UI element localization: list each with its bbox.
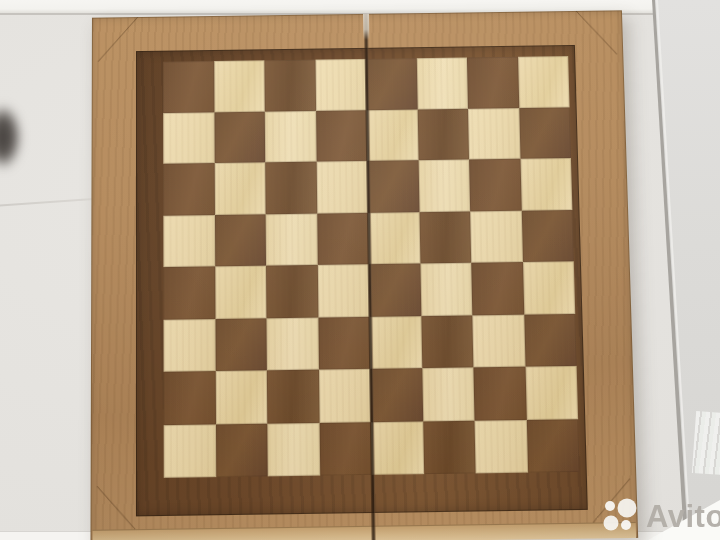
avito-watermark: Avito: [601, 495, 720, 537]
board-square: [215, 318, 267, 371]
board-square: [319, 422, 372, 476]
board-square: [422, 367, 475, 421]
board-square: [520, 158, 572, 210]
board-square: [467, 57, 519, 109]
board-square: [423, 420, 476, 474]
board-square: [367, 160, 419, 212]
floor-seam-line: [0, 197, 104, 207]
blurred-object: [0, 104, 22, 170]
board-square: [267, 370, 319, 424]
board-square: [468, 108, 520, 160]
board-square: [368, 212, 420, 265]
frame-miter-line: [570, 10, 623, 55]
board-square: [369, 263, 421, 316]
board-square: [214, 111, 265, 163]
board-square: [370, 368, 423, 422]
board-square: [163, 215, 214, 268]
board-square: [366, 58, 418, 110]
board-square: [315, 59, 366, 111]
board-square: [418, 159, 470, 211]
board-square: [472, 314, 525, 367]
side-panel: [692, 411, 720, 475]
board-square: [419, 211, 471, 264]
board-square: [469, 159, 521, 211]
scene-background: Avito: [0, 0, 720, 540]
board-square: [215, 266, 267, 319]
board-square: [475, 419, 528, 473]
board-square: [371, 421, 424, 475]
board-square: [214, 60, 265, 112]
board-square: [416, 57, 468, 109]
board-square: [215, 423, 267, 477]
board-square: [266, 265, 318, 318]
board-square: [421, 315, 474, 368]
board-square: [525, 366, 578, 420]
board-square: [519, 107, 571, 159]
board-square: [366, 109, 418, 161]
board-square: [163, 266, 215, 319]
board-square: [215, 370, 267, 424]
board-square: [521, 209, 574, 262]
board-square: [316, 161, 368, 213]
board-square: [265, 162, 317, 214]
board-square: [163, 112, 214, 164]
board-square: [317, 212, 369, 265]
board-square: [214, 214, 266, 267]
board-square: [164, 424, 216, 478]
board-square: [317, 264, 369, 317]
board-square: [473, 367, 526, 421]
board-square: [163, 319, 215, 372]
board-square: [214, 162, 265, 214]
board-square: [518, 56, 570, 108]
avito-logo-icon: [601, 496, 641, 536]
board-square: [417, 108, 469, 160]
board-bottom-edge: [93, 522, 637, 540]
board-square: [526, 419, 579, 473]
board-square: [318, 316, 370, 369]
board-square: [266, 213, 318, 266]
board-square: [164, 371, 216, 425]
watermark-text: Avito: [646, 501, 720, 532]
board-square: [163, 163, 214, 215]
board-square: [470, 210, 522, 263]
board-square: [524, 313, 577, 366]
board-square: [471, 262, 524, 315]
board-square: [523, 261, 576, 314]
hinge-gap-top: [363, 14, 369, 40]
board-square: [267, 422, 319, 476]
board-square: [420, 263, 472, 316]
board-square: [316, 110, 368, 162]
board-square: [265, 110, 316, 162]
board-square: [264, 60, 315, 112]
board-square: [369, 316, 421, 369]
chess-board: [90, 10, 638, 540]
board-square: [319, 369, 371, 423]
board-square: [163, 61, 214, 113]
board-square: [266, 317, 318, 370]
